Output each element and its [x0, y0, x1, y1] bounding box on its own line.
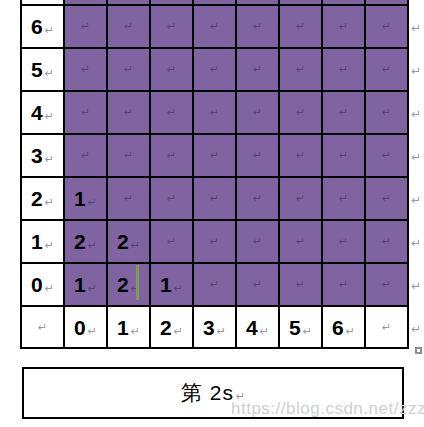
row-end-paragraph-mark-icon: ↵ [411, 221, 424, 264]
paragraph-mark-icon: ↵ [236, 391, 245, 402]
paragraph-mark-icon: ↵ [382, 21, 391, 32]
row-end-paragraph-mark-icon: ↵ [411, 178, 424, 221]
paragraph-mark-icon: ↵ [296, 64, 305, 75]
col-label-text: 1 [117, 317, 129, 338]
paragraph-mark-icon: ↵ [131, 326, 140, 337]
row-label-text: 6 [31, 16, 43, 37]
cell-y5-x7[interactable]: ↵ [366, 49, 407, 90]
paragraph-mark-icon: ↵ [339, 193, 348, 204]
cell-y2-x7[interactable]: ↵ [366, 178, 407, 219]
cell-y4-x7[interactable]: ↵ [366, 92, 407, 133]
row-end-paragraph-mark-icon: ↵ [411, 49, 424, 92]
paragraph-mark-icon: ↵ [88, 197, 97, 208]
row-label-3[interactable]: 3↵ [22, 135, 63, 176]
col-label-1[interactable]: 1↵ [108, 307, 149, 347]
cell-y3-x5[interactable]: ↵ [280, 135, 321, 176]
paragraph-mark-icon: ↵ [45, 197, 54, 208]
paragraph-mark-icon: ↵ [81, 150, 90, 161]
paragraph-mark-icon: ↵ [382, 107, 391, 118]
cell-y3-x1[interactable]: ↵ [108, 135, 149, 176]
cutoff-row-cell[interactable] [151, 0, 192, 4]
cell-y1-x0[interactable]: 2↵ [65, 221, 106, 262]
row-label-text: 0 [31, 274, 43, 295]
cell-y6-x7[interactable]: ↵ [366, 6, 407, 47]
col-label-2[interactable]: 2↵ [151, 307, 192, 347]
row-label-5[interactable]: 5↵ [22, 49, 63, 90]
col-label-text: 4 [246, 317, 258, 338]
cell-y0-x5[interactable]: ↵ [280, 264, 321, 305]
paragraph-mark-icon: ↵ [382, 236, 391, 247]
cell-y0-x4[interactable]: ↵ [237, 264, 278, 305]
cell-value: 1 [160, 274, 172, 295]
cell-y1-x3[interactable]: ↵ [194, 221, 235, 262]
paragraph-mark-icon: ↵ [45, 240, 54, 251]
cell-y0-x1[interactable]: 2↵ [108, 264, 149, 305]
axis-blank-left[interactable]: ↵ [22, 307, 63, 347]
col-label-text: 0 [74, 317, 86, 338]
row-label-0[interactable]: 0↵ [22, 264, 63, 305]
paragraph-mark-icon: ↵ [45, 283, 54, 294]
cell-y5-x2[interactable]: ↵ [151, 49, 192, 90]
dp-grid-table: 6↵↵↵↵↵↵↵↵↵5↵↵↵↵↵↵↵↵↵4↵↵↵↵↵↵↵↵↵3↵↵↵↵↵↵↵↵↵… [20, 0, 409, 349]
paragraph-mark-icon: ↵ [296, 21, 305, 32]
paragraph-mark-icon: ↵ [124, 21, 133, 32]
cell-y0-x2[interactable]: 1↵ [151, 264, 192, 305]
cutoff-row-cell[interactable] [323, 0, 364, 4]
cutoff-row-cell[interactable] [108, 0, 149, 4]
paragraph-mark-icon: ↵ [339, 150, 348, 161]
paragraph-mark-icon: ↵ [210, 150, 219, 161]
table-resize-handle[interactable] [415, 347, 422, 354]
cell-y3-x4[interactable]: ↵ [237, 135, 278, 176]
paragraph-mark-icon: ↵ [253, 279, 262, 290]
paragraph-mark-icon: ↵ [131, 240, 140, 251]
col-label-text: 2 [160, 317, 172, 338]
cell-y4-x4[interactable]: ↵ [237, 92, 278, 133]
cell-y1-x5[interactable]: ↵ [280, 221, 321, 262]
cell-y6-x0[interactable]: ↵ [65, 6, 106, 47]
row-end-paragraph-mark-icon: ↵ [411, 92, 424, 135]
col-label-0[interactable]: 0↵ [65, 307, 106, 347]
word-table-screenshot: 6↵↵↵↵↵↵↵↵↵5↵↵↵↵↵↵↵↵↵4↵↵↵↵↵↵↵↵↵3↵↵↵↵↵↵↵↵↵… [0, 0, 424, 427]
paragraph-mark-icon: ↵ [167, 150, 176, 161]
cell-y1-x2[interactable]: ↵ [151, 221, 192, 262]
cutoff-row-cell[interactable] [366, 0, 407, 4]
col-label-6[interactable]: 6↵ [323, 307, 364, 347]
cell-y4-x3[interactable]: ↵ [194, 92, 235, 133]
axis-blank-right[interactable]: ↵ [366, 307, 407, 347]
cell-y2-x6[interactable]: ↵ [323, 178, 364, 219]
paragraph-mark-icon: ↵ [260, 326, 269, 337]
paragraph-mark-icon: ↵ [296, 107, 305, 118]
paragraph-mark-icon: ↵ [174, 326, 183, 337]
paragraph-mark-icon: ↵ [339, 279, 348, 290]
paragraph-mark-icon: ↵ [339, 64, 348, 75]
paragraph-mark-icon: ↵ [339, 21, 348, 32]
paragraph-mark-icon: ↵ [124, 64, 133, 75]
paragraph-mark-icon: ↵ [210, 64, 219, 75]
cell-y6-x6[interactable]: ↵ [323, 6, 364, 47]
row-end-paragraph-mark-icon: ↵ [411, 135, 424, 178]
paragraph-mark-icon: ↵ [382, 150, 391, 161]
paragraph-mark-icon: ↵ [167, 107, 176, 118]
cell-y6-x4[interactable]: ↵ [237, 6, 278, 47]
paragraph-mark-icon: ↵ [88, 283, 97, 294]
paragraph-mark-icon: ↵ [296, 150, 305, 161]
cell-y2-x4[interactable]: ↵ [237, 178, 278, 219]
cell-y4-x2[interactable]: ↵ [151, 92, 192, 133]
col-label-3[interactable]: 3↵ [194, 307, 235, 347]
paragraph-mark-icon: ↵ [253, 236, 262, 247]
cell-y2-x0[interactable]: 1↵ [65, 178, 106, 219]
row-label-text: 1 [31, 231, 43, 252]
paragraph-mark-icon: ↵ [124, 193, 133, 204]
paragraph-mark-icon: ↵ [217, 326, 226, 337]
caption-box[interactable]: 第 2s ↵ [22, 367, 404, 419]
paragraph-mark-icon: ↵ [81, 21, 90, 32]
cell-y0-x6[interactable]: ↵ [323, 264, 364, 305]
paragraph-mark-icon: ↵ [253, 64, 262, 75]
paragraph-mark-icon: ↵ [167, 64, 176, 75]
cell-y0-x3[interactable]: ↵ [194, 264, 235, 305]
col-label-text: 6 [332, 317, 344, 338]
cell-y3-x2[interactable]: ↵ [151, 135, 192, 176]
cell-value: 2 [117, 231, 129, 252]
cell-y4-x0[interactable]: ↵ [65, 92, 106, 133]
row-label-text: 2 [31, 188, 43, 209]
paragraph-mark-icon: ↵ [339, 107, 348, 118]
paragraph-mark-icon: ↵ [346, 326, 355, 337]
cell-y2-x2[interactable]: ↵ [151, 178, 192, 219]
cell-value: 2 [117, 274, 129, 295]
cell-y0-x0[interactable]: 1↵ [65, 264, 106, 305]
paragraph-mark-icon: ↵ [296, 193, 305, 204]
row-label-6[interactable]: 6↵ [22, 6, 63, 47]
cell-y6-x5[interactable]: ↵ [280, 6, 321, 47]
cell-y6-x3[interactable]: ↵ [194, 6, 235, 47]
paragraph-mark-icon: ↵ [382, 64, 391, 75]
paragraph-mark-icon: ↵ [253, 193, 262, 204]
paragraph-mark-icon: ↵ [88, 240, 97, 251]
cell-y5-x3[interactable]: ↵ [194, 49, 235, 90]
cell-y3-x3[interactable]: ↵ [194, 135, 235, 176]
row-label-1[interactable]: 1↵ [22, 221, 63, 262]
paragraph-mark-icon: ↵ [303, 326, 312, 337]
cell-y5-x0[interactable]: ↵ [65, 49, 106, 90]
cell-y5-x5[interactable]: ↵ [280, 49, 321, 90]
cell-y1-x6[interactable]: ↵ [323, 221, 364, 262]
cell-value: 1 [74, 188, 86, 209]
cell-y4-x1[interactable]: ↵ [108, 92, 149, 133]
col-label-4[interactable]: 4↵ [237, 307, 278, 347]
row-label-4[interactable]: 4↵ [22, 92, 63, 133]
paragraph-mark-icon: ↵ [45, 111, 54, 122]
paragraph-mark-icon: ↵ [296, 236, 305, 247]
cell-y1-x1[interactable]: 2↵ [108, 221, 149, 262]
paragraph-mark-icon: ↵ [88, 326, 97, 337]
cell-y4-x6[interactable]: ↵ [323, 92, 364, 133]
caption-text: 第 2s [181, 379, 234, 407]
cell-y3-x6[interactable]: ↵ [323, 135, 364, 176]
paragraph-mark-icon: ↵ [382, 193, 391, 204]
cell-y0-x7[interactable]: ↵ [366, 264, 407, 305]
cell-value: 2 [74, 231, 86, 252]
paragraph-mark-icon: ↵ [253, 21, 262, 32]
paragraph-mark-icon: ↵ [38, 322, 47, 333]
cell-y6-x1[interactable]: ↵ [108, 6, 149, 47]
cell-y5-x4[interactable]: ↵ [237, 49, 278, 90]
paragraph-mark-icon: ↵ [81, 107, 90, 118]
paragraph-mark-icon: ↵ [167, 236, 176, 247]
paragraph-mark-icon: ↵ [167, 21, 176, 32]
cell-value: 1 [74, 274, 86, 295]
cell-y5-x1[interactable]: ↵ [108, 49, 149, 90]
cutoff-row-cell[interactable] [194, 0, 235, 4]
text-caret [136, 265, 139, 300]
paragraph-mark-icon: ↵ [210, 279, 219, 290]
paragraph-mark-icon: ↵ [167, 193, 176, 204]
row-label-text: 5 [31, 59, 43, 80]
cell-y4-x5[interactable]: ↵ [280, 92, 321, 133]
cutoff-row-cell[interactable] [237, 0, 278, 4]
cutoff-row-cell[interactable] [280, 0, 321, 4]
paragraph-mark-icon: ↵ [210, 21, 219, 32]
paragraph-mark-icon: ↵ [382, 279, 391, 290]
cell-y3-x7[interactable]: ↵ [366, 135, 407, 176]
paragraph-mark-icon: ↵ [124, 107, 133, 118]
row-end-paragraph-mark-icon: ↵ [411, 307, 424, 350]
row-end-paragraph-mark-icon: ↵ [411, 264, 424, 307]
paragraph-mark-icon: ↵ [45, 154, 54, 165]
cutoff-row-cell[interactable] [65, 0, 106, 4]
row-label-text: 4 [31, 102, 43, 123]
row-label-text: 3 [31, 145, 43, 166]
row-label-2[interactable]: 2↵ [22, 178, 63, 219]
row-end-paragraph-mark-icon: ↵ [411, 6, 424, 49]
paragraph-mark-icon: ↵ [210, 236, 219, 247]
cutoff-row-cell[interactable] [22, 0, 63, 4]
cell-y2-x3[interactable]: ↵ [194, 178, 235, 219]
cell-y1-x7[interactable]: ↵ [366, 221, 407, 262]
cell-y3-x0[interactable]: ↵ [65, 135, 106, 176]
paragraph-mark-icon: ↵ [210, 193, 219, 204]
paragraph-mark-icon: ↵ [382, 322, 391, 333]
col-label-5[interactable]: 5↵ [280, 307, 321, 347]
paragraph-mark-icon: ↵ [81, 64, 90, 75]
cell-y2-x5[interactable]: ↵ [280, 178, 321, 219]
col-label-text: 5 [289, 317, 301, 338]
cell-y6-x2[interactable]: ↵ [151, 6, 192, 47]
paragraph-mark-icon: ↵ [174, 283, 183, 294]
cell-y2-x1[interactable]: ↵ [108, 178, 149, 219]
cell-y5-x6[interactable]: ↵ [323, 49, 364, 90]
paragraph-mark-icon: ↵ [296, 279, 305, 290]
col-label-text: 3 [203, 317, 215, 338]
cell-y1-x4[interactable]: ↵ [237, 221, 278, 262]
paragraph-mark-icon: ↵ [45, 68, 54, 79]
paragraph-mark-icon: ↵ [339, 236, 348, 247]
paragraph-mark-icon: ↵ [210, 107, 219, 118]
paragraph-mark-icon: ↵ [124, 150, 133, 161]
paragraph-mark-icon: ↵ [253, 107, 262, 118]
paragraph-mark-icon: ↵ [45, 25, 54, 36]
row-end-marks: ↵↵↵↵↵↵↵↵ [411, 6, 424, 350]
paragraph-mark-icon: ↵ [253, 150, 262, 161]
